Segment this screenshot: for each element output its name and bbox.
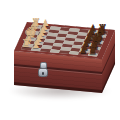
- board-square: [87, 53, 98, 57]
- board-grid: [21, 25, 108, 57]
- chess-set-product-photo: ♜♞♝♛♚♝♞♜♟♟♟♟♟♟♟♟♟♟♟♟♟♟♟♟♜♞♝♛♚♝♞♜: [0, 0, 120, 120]
- latch-keyhole: [42, 72, 44, 75]
- latch-clasp-icon: [37, 62, 49, 78]
